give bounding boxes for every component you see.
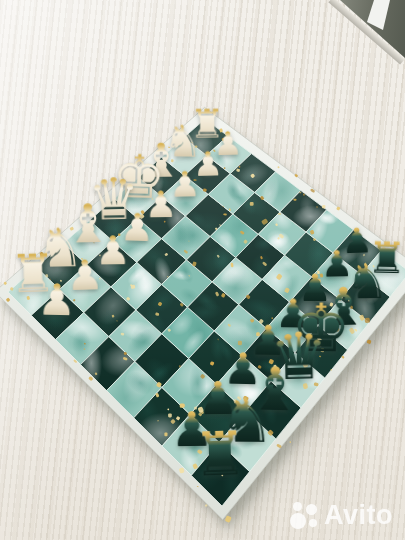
avito-logo-dot — [306, 504, 317, 515]
listing-photo-scene: ♜♞♝♛♚♝♞♜♟♟♟♟♟♟♟♟♟♟♟♟♟♟♟♟♜♞♝♛♚♝♞♜ Avito — [0, 0, 405, 540]
avito-logo-dot — [290, 513, 306, 529]
watermark-avito: Avito — [290, 500, 393, 531]
piece-glyph: ♜ — [192, 423, 248, 485]
avito-logo-icon — [290, 501, 320, 530]
avito-logo-dot — [293, 502, 302, 511]
chess-pieces-layer: ♜♞♝♛♚♝♞♜♟♟♟♟♟♟♟♟♟♟♟♟♟♟♟♟♜♞♝♛♚♝♞♜ — [0, 0, 405, 540]
avito-logo-dot — [309, 519, 317, 527]
piece-white-pawn: ♟ — [37, 278, 77, 322]
piece-glyph: ♟ — [37, 278, 77, 322]
watermark-text: Avito — [324, 500, 393, 531]
piece-green-rook: ♜ — [192, 423, 248, 485]
